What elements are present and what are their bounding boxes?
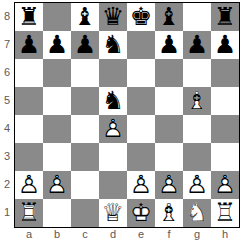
square-d2[interactable] [99,171,127,199]
rank-label-6: 6 [0,58,14,86]
file-label-c: c [71,227,99,240]
piece-black-pawn: ♟ [71,31,99,59]
square-c7[interactable]: ♟ [71,31,99,59]
square-a1[interactable]: ♜♖ [15,199,43,227]
square-a7[interactable]: ♟ [15,31,43,59]
square-h5[interactable] [211,87,239,115]
square-c1[interactable] [71,199,99,227]
piece-white-pawn: ♙ [15,171,43,199]
rank-label-2: 2 [0,170,14,198]
square-b1[interactable] [43,199,71,227]
square-g5[interactable]: ♝♗ [183,87,211,115]
square-f6[interactable] [155,59,183,87]
piece-black-king: ♚ [127,3,155,31]
piece-black-pawn: ♟ [43,31,71,59]
square-g4[interactable] [183,115,211,143]
rank-label-4: 4 [0,114,14,142]
square-d5[interactable]: ♞ [99,87,127,115]
square-b5[interactable] [43,87,71,115]
square-e3[interactable] [127,143,155,171]
square-a3[interactable] [15,143,43,171]
square-c2[interactable] [71,171,99,199]
square-b6[interactable] [43,59,71,87]
square-h1[interactable]: ♜♖ [211,199,239,227]
rank-label-8: 8 [0,2,14,30]
piece-white-queen: ♕ [99,199,127,227]
file-label-g: g [183,227,211,240]
square-f4[interactable] [155,115,183,143]
piece-white-pawn-fill: ♟ [15,171,43,199]
piece-white-knight: ♘ [183,199,211,227]
file-label-d: d [99,227,127,240]
square-f3[interactable] [155,143,183,171]
square-e4[interactable] [127,115,155,143]
square-a8[interactable]: ♜ [15,3,43,31]
file-label-e: e [127,227,155,240]
piece-white-king-fill: ♚ [127,199,155,227]
square-h8[interactable]: ♜ [211,3,239,31]
piece-black-bishop: ♝ [71,3,99,31]
square-b3[interactable] [43,143,71,171]
piece-white-rook-fill: ♜ [211,199,239,227]
piece-black-knight: ♞ [99,87,127,115]
square-h6[interactable] [211,59,239,87]
rank-label-5: 5 [0,86,14,114]
square-a6[interactable] [15,59,43,87]
square-b7[interactable]: ♟ [43,31,71,59]
square-g6[interactable] [183,59,211,87]
piece-black-knight: ♞ [99,31,127,59]
square-d4[interactable]: ♟♙ [99,115,127,143]
square-f2[interactable]: ♟♙ [155,171,183,199]
piece-black-pawn: ♟ [211,31,239,59]
piece-white-pawn-fill: ♟ [183,171,211,199]
square-d1[interactable]: ♛♕ [99,199,127,227]
square-h3[interactable] [211,143,239,171]
square-f5[interactable] [155,87,183,115]
square-b4[interactable] [43,115,71,143]
square-c6[interactable] [71,59,99,87]
square-f7[interactable]: ♟ [155,31,183,59]
square-e6[interactable] [127,59,155,87]
piece-white-queen-fill: ♛ [99,199,127,227]
square-d6[interactable] [99,59,127,87]
piece-white-pawn: ♙ [155,171,183,199]
piece-white-bishop: ♗ [183,87,211,115]
file-labels: abcdefgh [15,227,239,240]
square-b2[interactable]: ♟♙ [43,171,71,199]
piece-black-rook: ♜ [211,3,239,31]
piece-white-rook-fill: ♜ [15,199,43,227]
square-a5[interactable] [15,87,43,115]
square-d7[interactable]: ♞ [99,31,127,59]
file-label-b: b [43,227,71,240]
square-f1[interactable]: ♝♗ [155,199,183,227]
square-e7[interactable] [127,31,155,59]
square-g8[interactable] [183,3,211,31]
piece-white-pawn-fill: ♟ [99,115,127,143]
piece-white-pawn: ♙ [211,171,239,199]
piece-black-rook: ♜ [15,3,43,31]
rank-label-1: 1 [0,198,14,226]
square-g7[interactable]: ♟ [183,31,211,59]
square-c5[interactable] [71,87,99,115]
piece-white-bishop-fill: ♝ [183,87,211,115]
file-label-h: h [211,227,239,240]
square-h4[interactable] [211,115,239,143]
rank-label-3: 3 [0,142,14,170]
piece-white-pawn-fill: ♟ [155,171,183,199]
piece-white-rook: ♖ [15,199,43,227]
square-c4[interactable] [71,115,99,143]
rank-labels: 87654321 [0,2,14,226]
square-e1[interactable]: ♚♔ [127,199,155,227]
square-h7[interactable]: ♟ [211,31,239,59]
square-g1[interactable]: ♞♘ [183,199,211,227]
square-d3[interactable] [99,143,127,171]
square-f8[interactable]: ♝ [155,3,183,31]
piece-white-pawn-fill: ♟ [43,171,71,199]
piece-white-pawn: ♙ [183,171,211,199]
square-a2[interactable]: ♟♙ [15,171,43,199]
square-e2[interactable]: ♟♙ [127,171,155,199]
piece-black-pawn: ♟ [155,31,183,59]
piece-white-bishop-fill: ♝ [155,199,183,227]
piece-black-queen: ♛ [99,3,127,31]
piece-white-pawn: ♙ [99,115,127,143]
piece-white-king: ♔ [127,199,155,227]
piece-white-pawn-fill: ♟ [127,171,155,199]
square-h2[interactable]: ♟♙ [211,171,239,199]
chess-diagram: 87654321 ♜♝♛♚♝♜♟♟♟♞♟♟♟♞♝♗♟♙♟♙♟♙♟♙♟♙♟♙♟♙♜… [0,0,240,240]
rank-label-7: 7 [0,30,14,58]
piece-white-knight-fill: ♞ [183,199,211,227]
piece-black-pawn: ♟ [183,31,211,59]
square-c8[interactable]: ♝ [71,3,99,31]
square-g2[interactable]: ♟♙ [183,171,211,199]
square-d8[interactable]: ♛ [99,3,127,31]
square-e8[interactable]: ♚ [127,3,155,31]
piece-black-pawn: ♟ [15,31,43,59]
piece-white-pawn: ♙ [127,171,155,199]
square-b8[interactable] [43,3,71,31]
file-label-f: f [155,227,183,240]
piece-black-bishop: ♝ [155,3,183,31]
square-c3[interactable] [71,143,99,171]
piece-white-bishop: ♗ [155,199,183,227]
square-g3[interactable] [183,143,211,171]
piece-white-pawn-fill: ♟ [211,171,239,199]
piece-white-rook: ♖ [211,199,239,227]
square-a4[interactable] [15,115,43,143]
piece-white-pawn: ♙ [43,171,71,199]
file-label-a: a [15,227,43,240]
chess-board: ♜♝♛♚♝♜♟♟♟♞♟♟♟♞♝♗♟♙♟♙♟♙♟♙♟♙♟♙♟♙♜♖♛♕♚♔♝♗♞♘… [14,2,240,228]
square-e5[interactable] [127,87,155,115]
